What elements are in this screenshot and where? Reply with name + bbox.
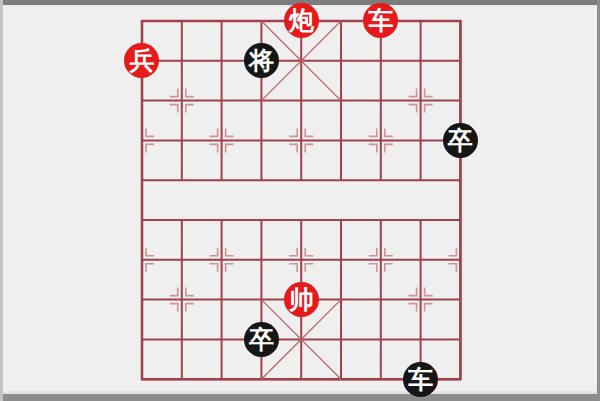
xiangqi-board-panel: 炮车兵将卒帅卒车: [0, 0, 600, 401]
piece-layer: 炮车兵将卒帅卒车: [122, 1, 480, 399]
piece-red-chariot[interactable]: 车: [363, 3, 398, 38]
piece-red-general[interactable]: 帅: [284, 282, 319, 317]
piece-black-soldier-right[interactable]: 卒: [443, 123, 478, 158]
piece-red-cannon[interactable]: 炮: [284, 3, 319, 38]
piece-black-chariot[interactable]: 车: [403, 362, 438, 397]
piece-black-general[interactable]: 将: [244, 43, 279, 78]
piece-red-soldier[interactable]: 兵: [124, 43, 159, 78]
piece-black-soldier-left[interactable]: 卒: [244, 322, 279, 357]
